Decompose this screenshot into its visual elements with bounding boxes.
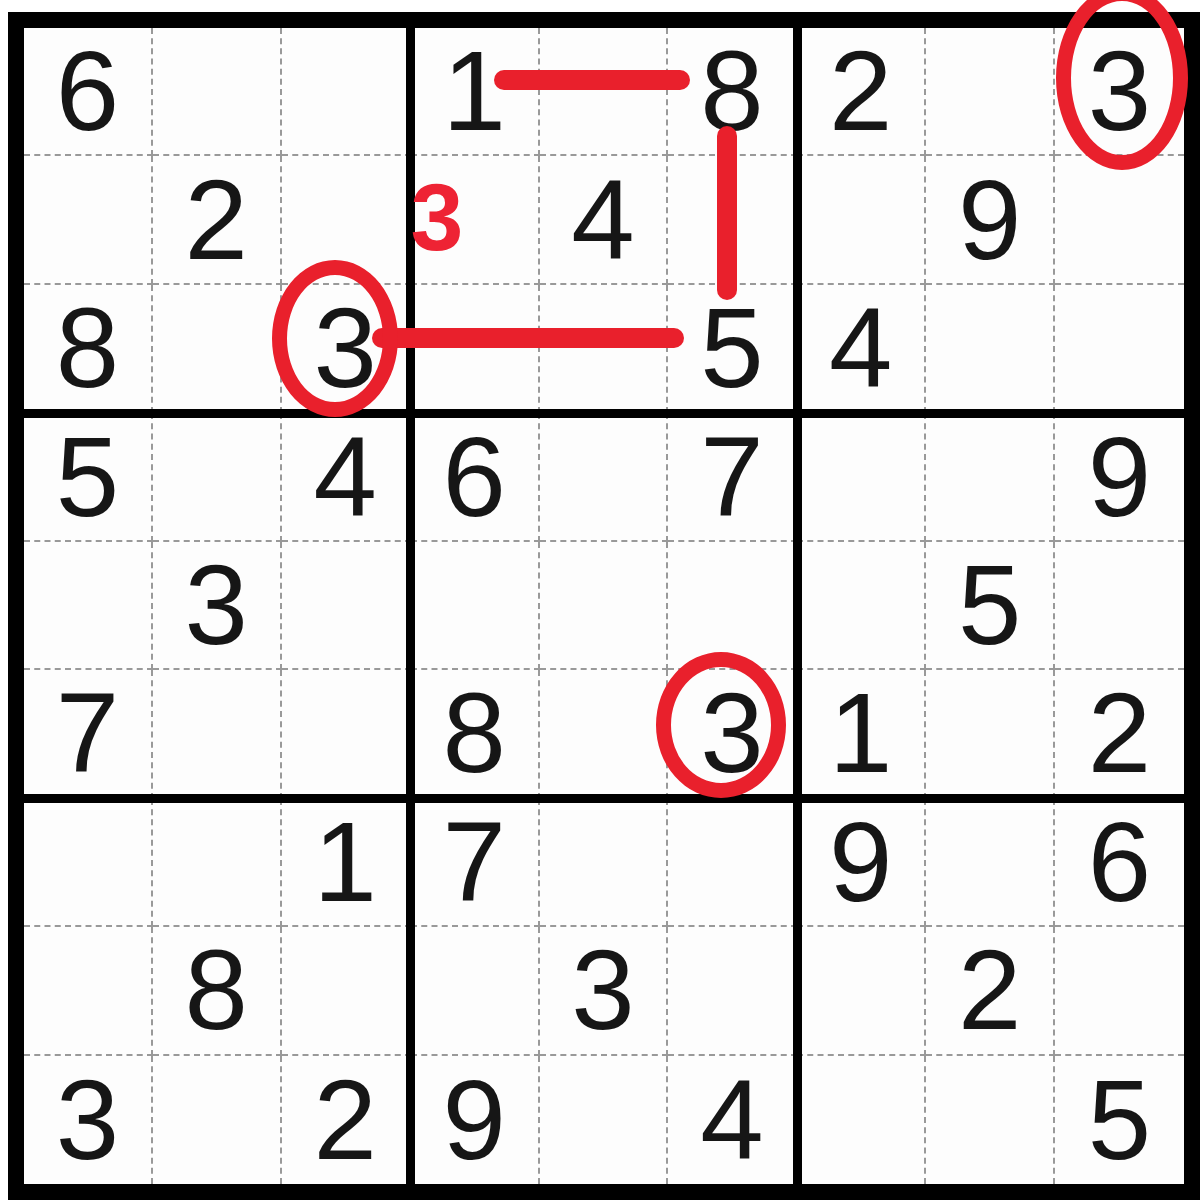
cell-r6c5 (540, 670, 669, 798)
cell-r7c2 (153, 799, 282, 927)
sudoku-board: 618232498354546793578312179683232945 (8, 12, 1200, 1200)
cell-r2c7 (797, 156, 926, 284)
red-circle-r3c3 (272, 260, 398, 417)
cell-r2c1 (24, 156, 153, 284)
cell-r1c5 (540, 28, 669, 156)
cell-r2c9 (1055, 156, 1184, 284)
given-digit: 1 (314, 805, 377, 919)
cell-r4c9: 9 (1055, 413, 1184, 541)
cell-r9c7 (797, 1056, 926, 1184)
cell-r6c2 (153, 670, 282, 798)
cell-r7c9: 6 (1055, 799, 1184, 927)
cell-r8c1 (24, 927, 153, 1055)
cell-r7c6 (668, 799, 797, 927)
given-digit: 4 (700, 1063, 763, 1177)
cell-r6c3 (282, 670, 411, 798)
cell-r3c9 (1055, 285, 1184, 413)
cell-r5c8: 5 (926, 542, 1055, 670)
given-digit: 6 (1088, 805, 1151, 919)
given-digit: 7 (700, 420, 763, 534)
given-digit: 2 (185, 163, 248, 277)
given-digit: 5 (700, 291, 763, 405)
given-digit: 6 (442, 420, 505, 534)
cell-r1c1: 6 (24, 28, 153, 156)
cell-r4c2 (153, 413, 282, 541)
cell-r1c2 (153, 28, 282, 156)
cell-r4c7 (797, 413, 926, 541)
given-digit: 2 (314, 1063, 377, 1177)
box-border-vertical-2 (793, 28, 802, 1184)
cell-r6c8 (926, 670, 1055, 798)
cell-r5c9 (1055, 542, 1184, 670)
given-digit: 7 (442, 805, 505, 919)
given-digit: 3 (185, 548, 248, 662)
given-digit: 3 (571, 933, 634, 1047)
cell-r4c4: 6 (411, 413, 540, 541)
cell-r6c4: 8 (411, 670, 540, 798)
cell-r5c2: 3 (153, 542, 282, 670)
cell-r4c5 (540, 413, 669, 541)
given-digit: 8 (185, 933, 248, 1047)
given-digit: 8 (56, 291, 119, 405)
cell-r9c2 (153, 1056, 282, 1184)
cell-r9c3: 2 (282, 1056, 411, 1184)
cell-r8c6 (668, 927, 797, 1055)
cell-r5c6 (668, 542, 797, 670)
cell-r7c4: 7 (411, 799, 540, 927)
cell-r3c7: 4 (797, 285, 926, 413)
cell-r7c7: 9 (797, 799, 926, 927)
cell-r5c7 (797, 542, 926, 670)
cell-r6c1: 7 (24, 670, 153, 798)
given-digit: 9 (958, 163, 1021, 277)
cell-r7c3: 1 (282, 799, 411, 927)
cell-r2c2: 2 (153, 156, 282, 284)
cell-r6c7: 1 (797, 670, 926, 798)
cell-r7c5 (540, 799, 669, 927)
cell-r8c8: 2 (926, 927, 1055, 1055)
cell-r1c4: 1 (411, 28, 540, 156)
cell-r7c8 (926, 799, 1055, 927)
cell-r5c5 (540, 542, 669, 670)
given-digit: 2 (958, 933, 1021, 1047)
sudoku-grid: 618232498354546793578312179683232945 (24, 28, 1184, 1184)
red-line-col6-8-to-5 (717, 126, 737, 300)
cell-r2c5: 4 (540, 156, 669, 284)
box-border-horizontal-1 (24, 409, 1184, 418)
given-digit: 2 (1088, 676, 1151, 790)
given-digit: 7 (56, 676, 119, 790)
given-digit: 9 (442, 1063, 505, 1177)
cell-r4c8 (926, 413, 1055, 541)
box-border-horizontal-2 (24, 794, 1184, 803)
cell-r9c5 (540, 1056, 669, 1184)
cell-r3c2 (153, 285, 282, 413)
cell-r3c6: 5 (668, 285, 797, 413)
cell-r9c6: 4 (668, 1056, 797, 1184)
cell-r8c2: 8 (153, 927, 282, 1055)
cell-r9c9: 5 (1055, 1056, 1184, 1184)
given-digit: 4 (314, 420, 377, 534)
cell-r8c3 (282, 927, 411, 1055)
cell-r4c3: 4 (282, 413, 411, 541)
given-digit: 2 (829, 34, 892, 148)
given-digit: 9 (1088, 420, 1151, 534)
cell-r8c9 (1055, 927, 1184, 1055)
cell-r8c4 (411, 927, 540, 1055)
cell-r7c1 (24, 799, 153, 927)
given-digit: 1 (829, 676, 892, 790)
cell-r9c4: 9 (411, 1056, 540, 1184)
cell-r3c4 (411, 285, 540, 413)
given-digit: 6 (56, 34, 119, 148)
cell-r9c8 (926, 1056, 1055, 1184)
cell-r8c7 (797, 927, 926, 1055)
cell-r4c6: 7 (668, 413, 797, 541)
given-digit: 3 (56, 1063, 119, 1177)
cell-r3c5 (540, 285, 669, 413)
cell-r5c1 (24, 542, 153, 670)
cell-r3c8 (926, 285, 1055, 413)
cell-r1c7: 2 (797, 28, 926, 156)
cell-r5c4 (411, 542, 540, 670)
cell-r2c8: 9 (926, 156, 1055, 284)
given-digit: 5 (56, 420, 119, 534)
cell-r1c8 (926, 28, 1055, 156)
given-digit: 5 (958, 548, 1021, 662)
red-pencil-mark-r2c4: 3 (402, 174, 472, 260)
cell-r5c3 (282, 542, 411, 670)
cell-r8c5: 3 (540, 927, 669, 1055)
given-digit: 1 (442, 34, 505, 148)
given-digit: 4 (571, 163, 634, 277)
given-digit: 5 (1088, 1063, 1151, 1177)
cell-r3c1: 8 (24, 285, 153, 413)
given-digit: 4 (829, 291, 892, 405)
cell-r4c1: 5 (24, 413, 153, 541)
red-line-row1-1-to-8 (494, 70, 690, 90)
red-circle-r6c6 (656, 652, 786, 798)
cell-r9c1: 3 (24, 1056, 153, 1184)
given-digit: 8 (442, 676, 505, 790)
cell-r6c9: 2 (1055, 670, 1184, 798)
cell-r1c3 (282, 28, 411, 156)
sudoku-puzzle-image: 618232498354546793578312179683232945 3 (0, 0, 1200, 1200)
red-line-row3-3-to-5 (372, 328, 684, 348)
given-digit: 9 (829, 805, 892, 919)
